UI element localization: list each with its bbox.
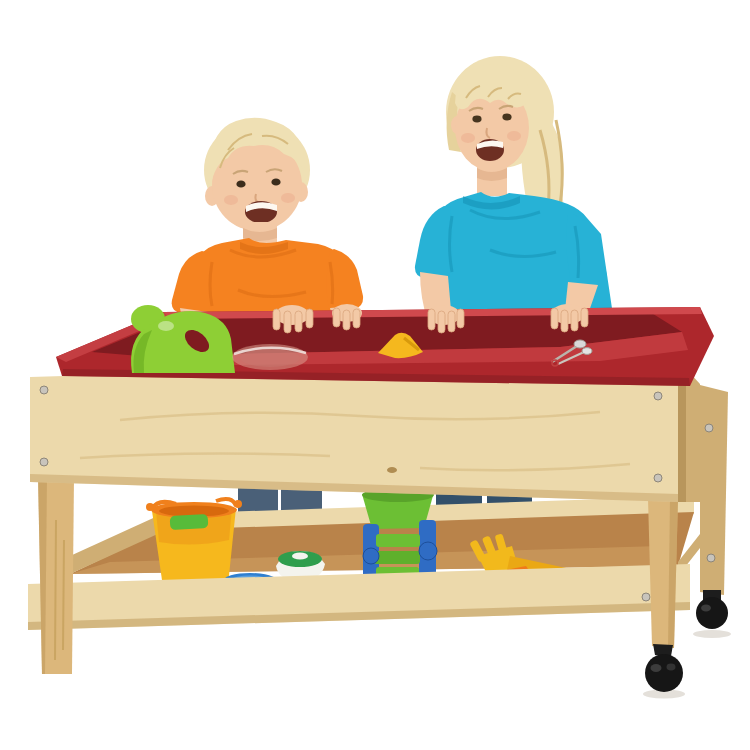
finger bbox=[353, 309, 360, 328]
can-highlight bbox=[158, 321, 174, 331]
caster-highlight-2 bbox=[651, 664, 662, 672]
rear-right-leg bbox=[700, 385, 728, 595]
mill-axle-right bbox=[419, 542, 437, 560]
finger bbox=[551, 308, 558, 329]
screw bbox=[642, 593, 650, 601]
girl-right-eye bbox=[502, 114, 511, 121]
front-right-caster bbox=[645, 654, 683, 692]
product-photo bbox=[0, 0, 750, 750]
clear-bowl-toy bbox=[232, 344, 308, 370]
finger bbox=[306, 309, 313, 328]
caster-highlight-3 bbox=[667, 664, 676, 671]
girl-cheek bbox=[461, 133, 475, 143]
rear-right-caster bbox=[696, 597, 728, 629]
screw bbox=[654, 474, 662, 482]
caster-shadow bbox=[693, 630, 731, 638]
finger bbox=[561, 310, 568, 332]
finger bbox=[448, 311, 455, 332]
scene-svg bbox=[0, 0, 750, 750]
panel-knot bbox=[387, 467, 397, 473]
finger bbox=[273, 309, 280, 330]
finger bbox=[284, 311, 291, 333]
bucket-handle-grip bbox=[170, 514, 209, 530]
finger bbox=[457, 309, 464, 328]
spoon-bowl-2 bbox=[582, 348, 592, 355]
spoon-bowl-1 bbox=[574, 340, 586, 348]
screw bbox=[707, 554, 715, 562]
girl-cheek2 bbox=[507, 131, 521, 141]
bucket-handle-knob2 bbox=[234, 500, 242, 508]
finger bbox=[333, 308, 340, 327]
front-left-leg bbox=[38, 476, 74, 674]
bowl-inner bbox=[240, 349, 300, 367]
finger bbox=[571, 310, 578, 331]
boy-cheek bbox=[224, 195, 238, 205]
mill-paddle-1 bbox=[376, 534, 420, 547]
girl-left-eye bbox=[472, 116, 481, 123]
mill-paddle-2 bbox=[374, 551, 420, 564]
finger bbox=[438, 311, 445, 333]
boy-right-hand bbox=[332, 304, 362, 330]
boy-cheek2 bbox=[281, 193, 295, 203]
boy-left-eye bbox=[236, 180, 245, 187]
screw bbox=[705, 424, 713, 432]
boy-right-eye bbox=[271, 178, 280, 185]
screw bbox=[40, 458, 48, 466]
finger bbox=[581, 308, 588, 327]
boat-cabin bbox=[292, 552, 308, 559]
screw bbox=[654, 392, 662, 400]
finger bbox=[343, 310, 350, 330]
finger bbox=[295, 311, 302, 332]
mill-axle-left bbox=[363, 548, 379, 564]
caster-highlight bbox=[701, 605, 711, 612]
screw bbox=[40, 386, 48, 394]
bucket-handle-knob bbox=[146, 503, 154, 511]
finger bbox=[428, 309, 435, 330]
